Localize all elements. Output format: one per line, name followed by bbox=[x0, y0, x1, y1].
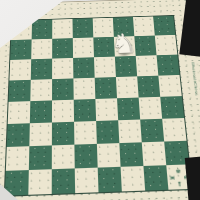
square-d4[interactable] bbox=[74, 99, 96, 122]
square-g5[interactable] bbox=[137, 76, 160, 98]
square-h6[interactable] bbox=[157, 55, 180, 76]
square-f2[interactable] bbox=[119, 142, 143, 166]
dark-background-bottom-right bbox=[185, 156, 200, 200]
square-b6[interactable] bbox=[31, 59, 52, 80]
square-e4[interactable] bbox=[95, 98, 118, 121]
square-e5[interactable] bbox=[95, 77, 117, 99]
square-e3[interactable] bbox=[96, 120, 119, 144]
logo-piece-glyph: ♜ bbox=[169, 174, 176, 180]
brand-text: WholesaleChess bbox=[191, 62, 200, 96]
square-f4[interactable] bbox=[117, 98, 140, 121]
file-coordinates: abcdefgh bbox=[3, 199, 194, 200]
square-b5[interactable] bbox=[30, 79, 52, 101]
square-c5[interactable] bbox=[52, 78, 74, 100]
vinyl-chess-mat: ♞♚♞♝♜ WholesaleChess abcdefgh bbox=[0, 0, 200, 200]
file-label-h: h bbox=[180, 199, 184, 200]
square-h8[interactable] bbox=[153, 16, 175, 36]
square-f7[interactable]: ♞ bbox=[114, 36, 136, 56]
square-b7[interactable] bbox=[31, 39, 52, 60]
square-d6[interactable] bbox=[73, 57, 95, 78]
square-g6[interactable] bbox=[136, 55, 159, 76]
square-c6[interactable] bbox=[52, 58, 73, 79]
square-f1[interactable] bbox=[121, 166, 146, 191]
square-e6[interactable] bbox=[94, 57, 116, 78]
square-d7[interactable] bbox=[73, 37, 94, 57]
square-b3[interactable] bbox=[29, 123, 52, 147]
square-d1[interactable] bbox=[75, 168, 99, 194]
square-b8[interactable] bbox=[32, 20, 53, 40]
square-c3[interactable] bbox=[52, 122, 75, 146]
photo-backdrop: ♞♚♞♝♜ WholesaleChess abcdefgh bbox=[0, 0, 200, 200]
logo-piece-glyph: ♚ bbox=[175, 167, 181, 174]
square-h7[interactable] bbox=[155, 35, 178, 55]
square-c8[interactable] bbox=[52, 19, 73, 39]
square-h5[interactable] bbox=[158, 75, 181, 97]
square-h3[interactable] bbox=[162, 118, 186, 142]
square-c1[interactable] bbox=[52, 168, 75, 194]
square-a3[interactable] bbox=[7, 123, 30, 147]
square-g3[interactable] bbox=[140, 119, 164, 143]
square-a6[interactable] bbox=[9, 59, 31, 80]
square-b4[interactable] bbox=[30, 100, 52, 123]
square-f5[interactable] bbox=[116, 76, 139, 98]
square-c2[interactable] bbox=[52, 145, 75, 170]
square-h4[interactable] bbox=[160, 96, 184, 119]
square-a5[interactable] bbox=[9, 80, 31, 102]
square-e1[interactable] bbox=[98, 167, 122, 192]
logo-piece-glyph: ♝ bbox=[176, 180, 182, 187]
square-c4[interactable] bbox=[52, 100, 74, 123]
square-a2[interactable] bbox=[6, 146, 30, 171]
chess-board: ♞♚♞♝♜ bbox=[4, 15, 193, 197]
white-knight[interactable]: ♞ bbox=[110, 30, 138, 57]
square-b1[interactable] bbox=[28, 169, 52, 195]
square-a7[interactable] bbox=[10, 39, 31, 60]
square-d2[interactable] bbox=[74, 144, 97, 169]
square-d5[interactable] bbox=[73, 78, 95, 100]
square-b2[interactable] bbox=[29, 145, 52, 170]
square-d8[interactable] bbox=[72, 18, 93, 38]
square-g4[interactable] bbox=[139, 97, 163, 120]
square-c7[interactable] bbox=[52, 38, 73, 58]
square-g2[interactable] bbox=[142, 142, 166, 166]
square-e2[interactable] bbox=[97, 143, 121, 168]
square-f3[interactable] bbox=[118, 120, 142, 144]
square-a4[interactable] bbox=[8, 101, 31, 124]
square-d3[interactable] bbox=[74, 121, 97, 145]
square-g1[interactable] bbox=[143, 165, 168, 190]
